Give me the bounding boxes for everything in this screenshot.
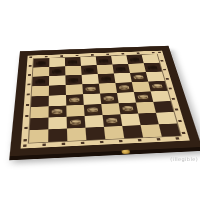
watermark-text: (illegible) <box>160 156 198 162</box>
dark-checker[interactable]: ⛂ <box>99 57 110 64</box>
square-b6[interactable]: ⛂ <box>49 106 67 118</box>
dark-checker[interactable]: ⛂ <box>101 74 112 82</box>
brass-hinge <box>122 150 131 154</box>
square-d8[interactable] <box>85 127 105 140</box>
light-checker[interactable]: ⛂ <box>87 105 99 114</box>
square-f7[interactable] <box>120 114 140 126</box>
square-f6[interactable]: ⛂ <box>119 103 139 115</box>
square-b7[interactable] <box>48 117 67 130</box>
square-a5[interactable] <box>31 96 49 107</box>
light-checker[interactable]: ⛂ <box>52 106 64 115</box>
light-checker[interactable]: ⛂ <box>122 103 135 112</box>
square-a8[interactable] <box>29 129 48 142</box>
square-b8[interactable] <box>48 128 67 141</box>
dark-checker[interactable]: ⛂ <box>84 66 95 73</box>
light-checker[interactable]: ⛂ <box>70 117 82 126</box>
light-checker[interactable]: ⛂ <box>118 83 130 91</box>
dark-checker[interactable]: ⛂ <box>52 67 62 74</box>
board-frame: ⛂⛂⛂⛂⛂⛂⛂⛂⛂⛂⛂⛂⛂⛂⛂⛂⛂⛂⛂⛂⛂⛂⛂ <box>10 46 200 157</box>
light-checker[interactable]: ⛂ <box>103 94 115 102</box>
square-f5[interactable] <box>117 92 136 103</box>
dark-checker[interactable]: ⛂ <box>35 77 46 85</box>
square-e6[interactable] <box>101 103 120 115</box>
square-d5[interactable] <box>83 94 101 105</box>
light-checker[interactable]: ⛂ <box>137 92 150 100</box>
square-d7[interactable] <box>85 115 104 128</box>
square-h7[interactable] <box>156 112 177 124</box>
board-perspective-wrap: ⛂⛂⛂⛂⛂⛂⛂⛂⛂⛂⛂⛂⛂⛂⛂⛂⛂⛂⛂⛂⛂⛂⛂ <box>10 46 200 157</box>
square-e8[interactable] <box>104 126 124 139</box>
dark-checker[interactable]: ⛂ <box>115 64 126 71</box>
board-grid: ⛂⛂⛂⛂⛂⛂⛂⛂⛂⛂⛂⛂⛂⛂⛂⛂⛂⛂⛂⛂⛂⛂⛂ <box>29 54 180 143</box>
square-c6[interactable] <box>66 105 84 117</box>
square-f8[interactable] <box>122 125 143 138</box>
board-border-strip: ⛂⛂⛂⛂⛂⛂⛂⛂⛂⛂⛂⛂⛂⛂⛂⛂⛂⛂⛂⛂⛂⛂⛂ <box>21 51 190 149</box>
dark-checker[interactable]: ⛂ <box>68 58 78 65</box>
square-d6[interactable]: ⛂ <box>84 104 103 116</box>
square-a7[interactable] <box>30 118 49 131</box>
dark-checker[interactable]: ⛂ <box>68 75 79 83</box>
light-checker[interactable]: ⛂ <box>85 84 96 92</box>
light-checker[interactable]: ⛂ <box>69 95 80 104</box>
light-checker[interactable]: ⛂ <box>106 115 119 124</box>
square-c7[interactable]: ⛂ <box>67 116 86 129</box>
dark-checker[interactable]: ⛂ <box>129 55 140 62</box>
square-e7[interactable]: ⛂ <box>103 114 123 126</box>
square-h5[interactable] <box>151 91 171 102</box>
square-h8[interactable] <box>159 123 181 136</box>
square-c8[interactable] <box>67 128 86 141</box>
light-checker[interactable]: ⛂ <box>133 73 145 81</box>
photo-scene: ⛂⛂⛂⛂⛂⛂⛂⛂⛂⛂⛂⛂⛂⛂⛂⛂⛂⛂⛂⛂⛂⛂⛂ (illegible) <box>0 0 200 200</box>
dark-checker[interactable]: ⛂ <box>147 63 159 70</box>
square-e5[interactable]: ⛂ <box>100 93 119 104</box>
square-a6[interactable] <box>30 106 48 118</box>
square-b5[interactable] <box>49 95 67 106</box>
square-h6[interactable] <box>153 101 173 113</box>
light-checker[interactable]: ⛂ <box>151 82 164 90</box>
square-c5[interactable]: ⛂ <box>66 94 84 105</box>
dark-checker[interactable]: ⛂ <box>36 59 46 66</box>
